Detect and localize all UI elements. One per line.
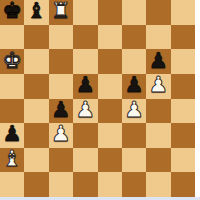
square-h8[interactable] bbox=[171, 0, 195, 25]
square-c6[interactable] bbox=[49, 49, 73, 74]
square-c5[interactable] bbox=[49, 74, 73, 99]
piece-white-pawn-c3[interactable]: ♟ bbox=[51, 123, 71, 145]
square-d1[interactable] bbox=[73, 172, 97, 197]
chess-board-screenshot: ♚♝♜♚♟♟♟♟♟♟♟♟♟♝ bbox=[0, 0, 200, 200]
square-h7[interactable] bbox=[171, 25, 195, 50]
square-b3[interactable] bbox=[24, 123, 48, 148]
square-c1[interactable] bbox=[49, 172, 73, 197]
square-d3[interactable] bbox=[73, 123, 97, 148]
board-bottom-strip bbox=[0, 197, 200, 200]
square-a3[interactable]: ♟ bbox=[0, 123, 24, 148]
square-g1[interactable] bbox=[146, 172, 170, 197]
square-f1[interactable] bbox=[122, 172, 146, 197]
square-g6[interactable]: ♟ bbox=[146, 49, 170, 74]
square-e3[interactable] bbox=[98, 123, 122, 148]
piece-white-pawn-f4[interactable]: ♟ bbox=[124, 99, 144, 121]
square-f6[interactable] bbox=[122, 49, 146, 74]
square-d8[interactable] bbox=[73, 0, 97, 25]
square-f2[interactable] bbox=[122, 148, 146, 173]
square-b4[interactable] bbox=[24, 99, 48, 124]
square-c4[interactable]: ♟ bbox=[49, 99, 73, 124]
chess-board[interactable]: ♚♝♜♚♟♟♟♟♟♟♟♟♟♝ bbox=[0, 0, 195, 197]
piece-white-king-a6[interactable]: ♚ bbox=[2, 50, 22, 72]
square-e2[interactable] bbox=[98, 148, 122, 173]
square-e4[interactable] bbox=[98, 99, 122, 124]
piece-white-rook-c8[interactable]: ♜ bbox=[51, 0, 71, 22]
square-d6[interactable] bbox=[73, 49, 97, 74]
square-f5[interactable]: ♟ bbox=[122, 74, 146, 99]
square-c3[interactable]: ♟ bbox=[49, 123, 73, 148]
square-a4[interactable] bbox=[0, 99, 24, 124]
square-b2[interactable] bbox=[24, 148, 48, 173]
square-g5[interactable]: ♟ bbox=[146, 74, 170, 99]
square-b5[interactable] bbox=[24, 74, 48, 99]
square-h2[interactable] bbox=[171, 148, 195, 173]
piece-black-pawn-f5[interactable]: ♟ bbox=[124, 74, 144, 96]
square-a6[interactable]: ♚ bbox=[0, 49, 24, 74]
square-a1[interactable] bbox=[0, 172, 24, 197]
piece-black-king-a8[interactable]: ♚ bbox=[2, 0, 22, 22]
square-e8[interactable] bbox=[98, 0, 122, 25]
square-h5[interactable] bbox=[171, 74, 195, 99]
square-a8[interactable]: ♚ bbox=[0, 0, 24, 25]
piece-white-bishop-a2[interactable]: ♝ bbox=[2, 148, 22, 170]
square-f8[interactable] bbox=[122, 0, 146, 25]
square-b8[interactable]: ♝ bbox=[24, 0, 48, 25]
square-c7[interactable] bbox=[49, 25, 73, 50]
square-a2[interactable]: ♝ bbox=[0, 148, 24, 173]
square-e1[interactable] bbox=[98, 172, 122, 197]
square-f7[interactable] bbox=[122, 25, 146, 50]
square-d7[interactable] bbox=[73, 25, 97, 50]
piece-black-pawn-g6[interactable]: ♟ bbox=[149, 50, 169, 72]
square-g3[interactable] bbox=[146, 123, 170, 148]
square-c8[interactable]: ♜ bbox=[49, 0, 73, 25]
square-b7[interactable] bbox=[24, 25, 48, 50]
square-b6[interactable] bbox=[24, 49, 48, 74]
square-e7[interactable] bbox=[98, 25, 122, 50]
square-d4[interactable]: ♟ bbox=[73, 99, 97, 124]
piece-white-pawn-g5[interactable]: ♟ bbox=[149, 74, 169, 96]
square-h3[interactable] bbox=[171, 123, 195, 148]
square-a7[interactable] bbox=[0, 25, 24, 50]
board-right-margin bbox=[195, 0, 200, 197]
square-a5[interactable] bbox=[0, 74, 24, 99]
square-f4[interactable]: ♟ bbox=[122, 99, 146, 124]
square-e6[interactable] bbox=[98, 49, 122, 74]
piece-white-pawn-d4[interactable]: ♟ bbox=[75, 99, 95, 121]
square-f3[interactable] bbox=[122, 123, 146, 148]
square-g2[interactable] bbox=[146, 148, 170, 173]
piece-black-pawn-a3[interactable]: ♟ bbox=[2, 123, 22, 145]
square-g7[interactable] bbox=[146, 25, 170, 50]
square-e5[interactable] bbox=[98, 74, 122, 99]
square-d5[interactable]: ♟ bbox=[73, 74, 97, 99]
square-h4[interactable] bbox=[171, 99, 195, 124]
square-h1[interactable] bbox=[171, 172, 195, 197]
square-g8[interactable] bbox=[146, 0, 170, 25]
square-d2[interactable] bbox=[73, 148, 97, 173]
square-g4[interactable] bbox=[146, 99, 170, 124]
piece-black-pawn-d5[interactable]: ♟ bbox=[75, 74, 95, 96]
piece-black-pawn-c4[interactable]: ♟ bbox=[51, 99, 71, 121]
piece-black-bishop-b8[interactable]: ♝ bbox=[27, 0, 47, 22]
square-c2[interactable] bbox=[49, 148, 73, 173]
square-h6[interactable] bbox=[171, 49, 195, 74]
square-b1[interactable] bbox=[24, 172, 48, 197]
